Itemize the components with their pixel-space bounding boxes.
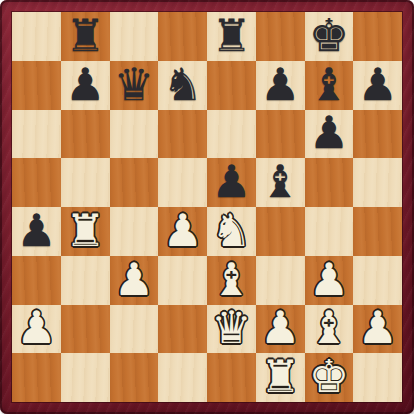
piece-black-rook[interactable]: ♜ (211, 13, 251, 58)
square-c7[interactable]: ♛ (110, 61, 159, 110)
square-c4[interactable] (110, 207, 159, 256)
square-f4[interactable] (256, 207, 305, 256)
square-c1[interactable] (110, 353, 159, 402)
piece-black-knight[interactable]: ♞ (162, 62, 202, 107)
square-a7[interactable] (12, 61, 61, 110)
square-g2[interactable]: ♝ (305, 305, 354, 354)
piece-black-king[interactable]: ♚ (309, 13, 349, 58)
chess-board: ♜♜♚♟♛♞♟♝♟♟♟♝♟♜♟♞♟♝♟♟♛♟♝♟♜♚ (12, 12, 402, 402)
square-c2[interactable] (110, 305, 159, 354)
piece-white-pawn[interactable]: ♟ (114, 257, 154, 302)
piece-black-bishop[interactable]: ♝ (260, 159, 300, 204)
square-g5[interactable] (305, 158, 354, 207)
square-d4[interactable]: ♟ (158, 207, 207, 256)
square-h3[interactable] (353, 256, 402, 305)
square-d6[interactable] (158, 110, 207, 159)
square-c6[interactable] (110, 110, 159, 159)
square-b6[interactable] (61, 110, 110, 159)
square-e6[interactable] (207, 110, 256, 159)
piece-white-pawn[interactable]: ♟ (162, 208, 202, 253)
square-c3[interactable]: ♟ (110, 256, 159, 305)
piece-white-rook[interactable]: ♜ (260, 354, 300, 399)
square-h4[interactable] (353, 207, 402, 256)
square-g8[interactable]: ♚ (305, 12, 354, 61)
piece-black-rook[interactable]: ♜ (65, 13, 105, 58)
square-h6[interactable] (353, 110, 402, 159)
square-f8[interactable] (256, 12, 305, 61)
square-b2[interactable] (61, 305, 110, 354)
square-f2[interactable]: ♟ (256, 305, 305, 354)
square-h7[interactable]: ♟ (353, 61, 402, 110)
square-e7[interactable] (207, 61, 256, 110)
square-d1[interactable] (158, 353, 207, 402)
piece-black-pawn[interactable]: ♟ (309, 110, 349, 155)
chess-app-window: ♜♜♚♟♛♞♟♝♟♟♟♝♟♜♟♞♟♝♟♟♛♟♝♟♜♚ (0, 0, 414, 414)
square-f1[interactable]: ♜ (256, 353, 305, 402)
piece-black-pawn[interactable]: ♟ (16, 208, 56, 253)
piece-white-knight[interactable]: ♞ (211, 208, 251, 253)
piece-white-rook[interactable]: ♜ (65, 208, 105, 253)
piece-black-queen[interactable]: ♛ (114, 62, 154, 107)
square-b3[interactable] (61, 256, 110, 305)
square-b1[interactable] (61, 353, 110, 402)
square-d2[interactable] (158, 305, 207, 354)
square-a4[interactable]: ♟ (12, 207, 61, 256)
piece-white-bishop[interactable]: ♝ (211, 257, 251, 302)
square-f5[interactable]: ♝ (256, 158, 305, 207)
square-b7[interactable]: ♟ (61, 61, 110, 110)
square-e1[interactable] (207, 353, 256, 402)
square-h8[interactable] (353, 12, 402, 61)
piece-black-pawn[interactable]: ♟ (260, 62, 300, 107)
square-a5[interactable] (12, 158, 61, 207)
square-e3[interactable]: ♝ (207, 256, 256, 305)
square-b5[interactable] (61, 158, 110, 207)
square-b8[interactable]: ♜ (61, 12, 110, 61)
square-g3[interactable]: ♟ (305, 256, 354, 305)
piece-white-pawn[interactable]: ♟ (309, 257, 349, 302)
square-d8[interactable] (158, 12, 207, 61)
square-d3[interactable] (158, 256, 207, 305)
chess-board-frame: ♜♜♚♟♛♞♟♝♟♟♟♝♟♜♟♞♟♝♟♟♛♟♝♟♜♚ (0, 0, 414, 414)
square-a1[interactable] (12, 353, 61, 402)
square-e2[interactable]: ♛ (207, 305, 256, 354)
piece-black-pawn[interactable]: ♟ (65, 62, 105, 107)
square-a8[interactable] (12, 12, 61, 61)
square-b4[interactable]: ♜ (61, 207, 110, 256)
piece-white-king[interactable]: ♚ (309, 354, 349, 399)
square-g4[interactable] (305, 207, 354, 256)
square-c5[interactable] (110, 158, 159, 207)
square-g6[interactable]: ♟ (305, 110, 354, 159)
piece-white-queen[interactable]: ♛ (211, 305, 251, 350)
piece-white-pawn[interactable]: ♟ (260, 305, 300, 350)
square-g1[interactable]: ♚ (305, 353, 354, 402)
piece-black-pawn[interactable]: ♟ (211, 159, 251, 204)
square-e5[interactable]: ♟ (207, 158, 256, 207)
square-d7[interactable]: ♞ (158, 61, 207, 110)
square-f6[interactable] (256, 110, 305, 159)
square-e4[interactable]: ♞ (207, 207, 256, 256)
square-h2[interactable]: ♟ (353, 305, 402, 354)
square-g7[interactable]: ♝ (305, 61, 354, 110)
square-a3[interactable] (12, 256, 61, 305)
piece-black-pawn[interactable]: ♟ (357, 62, 397, 107)
piece-white-pawn[interactable]: ♟ (16, 305, 56, 350)
square-c8[interactable] (110, 12, 159, 61)
square-f3[interactable] (256, 256, 305, 305)
square-a6[interactable] (12, 110, 61, 159)
piece-black-bishop[interactable]: ♝ (309, 62, 349, 107)
square-h5[interactable] (353, 158, 402, 207)
square-d5[interactable] (158, 158, 207, 207)
square-e8[interactable]: ♜ (207, 12, 256, 61)
square-h1[interactable] (353, 353, 402, 402)
piece-white-pawn[interactable]: ♟ (357, 305, 397, 350)
piece-white-bishop[interactable]: ♝ (309, 305, 349, 350)
square-a2[interactable]: ♟ (12, 305, 61, 354)
square-f7[interactable]: ♟ (256, 61, 305, 110)
